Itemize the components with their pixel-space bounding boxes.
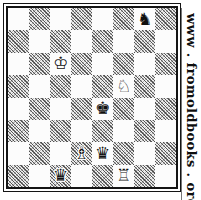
square-a5 xyxy=(8,75,29,97)
square-g2 xyxy=(134,142,155,164)
square-c5 xyxy=(50,75,71,97)
square-h5 xyxy=(155,75,176,97)
square-b6 xyxy=(29,53,50,75)
square-e1 xyxy=(92,165,113,187)
square-a2 xyxy=(8,142,29,164)
square-f8 xyxy=(113,8,134,30)
square-e5 xyxy=(92,75,113,97)
chess-board: ♞♔♘♚♗♛♛♖ xyxy=(8,8,176,187)
square-e3 xyxy=(92,120,113,142)
square-g6 xyxy=(134,53,155,75)
square-h6 xyxy=(155,53,176,75)
square-h3 xyxy=(155,120,176,142)
square-a8 xyxy=(8,8,29,30)
watermark-text: www . fromoldbooks . org xyxy=(184,13,199,200)
square-a1 xyxy=(8,165,29,187)
square-f7 xyxy=(113,30,134,52)
square-f4 xyxy=(113,98,134,120)
square-e8 xyxy=(92,8,113,30)
black-king-piece: ♚ xyxy=(95,100,110,117)
square-f6 xyxy=(113,53,134,75)
square-f2 xyxy=(113,142,134,164)
square-a7 xyxy=(8,30,29,52)
square-d7 xyxy=(71,30,92,52)
square-b5 xyxy=(29,75,50,97)
square-f3 xyxy=(113,120,134,142)
square-g3 xyxy=(134,120,155,142)
black-knight-piece: ♞ xyxy=(137,11,152,28)
square-d8 xyxy=(71,8,92,30)
square-f5: ♘ xyxy=(113,75,134,97)
square-b2 xyxy=(29,142,50,164)
square-c7 xyxy=(50,30,71,52)
square-c6: ♔ xyxy=(50,53,71,75)
square-e2: ♛ xyxy=(92,142,113,164)
square-d6 xyxy=(71,53,92,75)
square-b3 xyxy=(29,120,50,142)
board-inner-frame: ♞♔♘♚♗♛♛♖ xyxy=(6,6,178,189)
square-g8: ♞ xyxy=(134,8,155,30)
board-frame: ♞♔♘♚♗♛♛♖ xyxy=(3,3,181,192)
square-g5 xyxy=(134,75,155,97)
square-b4 xyxy=(29,98,50,120)
square-g7 xyxy=(134,30,155,52)
square-d3 xyxy=(71,120,92,142)
square-b7 xyxy=(29,30,50,52)
square-h2 xyxy=(155,142,176,164)
square-c4 xyxy=(50,98,71,120)
square-f1: ♖ xyxy=(113,165,134,187)
square-g4 xyxy=(134,98,155,120)
square-g1 xyxy=(134,165,155,187)
square-d4 xyxy=(71,98,92,120)
square-h4 xyxy=(155,98,176,120)
square-h7 xyxy=(155,30,176,52)
watermark-strip: www . fromoldbooks . org xyxy=(181,8,201,200)
square-b8 xyxy=(29,8,50,30)
square-c8 xyxy=(50,8,71,30)
square-c1: ♛ xyxy=(50,165,71,187)
square-h1 xyxy=(155,165,176,187)
white-knight-piece: ♘ xyxy=(116,78,131,95)
square-c2 xyxy=(50,142,71,164)
square-e6 xyxy=(92,53,113,75)
square-d5 xyxy=(71,75,92,97)
square-h8 xyxy=(155,8,176,30)
square-d1 xyxy=(71,165,92,187)
white-bishop-piece: ♗ xyxy=(74,145,89,162)
square-a6 xyxy=(8,53,29,75)
square-a3 xyxy=(8,120,29,142)
square-d2: ♗ xyxy=(71,142,92,164)
square-c3 xyxy=(50,120,71,142)
black-queen-piece: ♛ xyxy=(95,145,110,162)
scanned-page: ♞♔♘♚♗♛♛♖ www . fromoldbooks . org xyxy=(0,0,201,200)
square-e4: ♚ xyxy=(92,98,113,120)
white-king-piece: ♔ xyxy=(53,55,68,72)
square-a4 xyxy=(8,98,29,120)
square-b1 xyxy=(29,165,50,187)
square-e7 xyxy=(92,30,113,52)
black-queen-piece: ♛ xyxy=(53,167,68,184)
white-rook-piece: ♖ xyxy=(116,167,131,184)
